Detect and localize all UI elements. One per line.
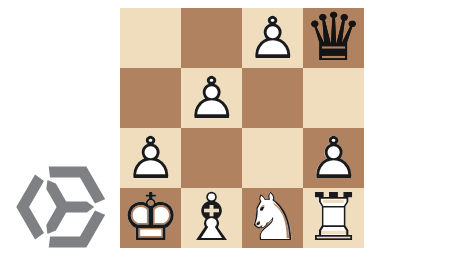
square-r1c2[interactable] <box>242 68 303 128</box>
square-r0c1[interactable] <box>181 8 242 68</box>
black-queen[interactable]: ♛♛ <box>304 8 363 68</box>
square-r3c1[interactable]: ♝♗ <box>181 188 242 248</box>
white-pawn[interactable]: ♟♙ <box>247 8 299 68</box>
white-knight-outline: ♘ <box>243 188 302 248</box>
square-r1c0[interactable] <box>120 68 181 128</box>
page-background: ♟♙♛♛♟♙♟♙♟♙♚♔♝♗♞♘♜♖ <box>0 0 474 266</box>
square-r3c2[interactable]: ♞♘ <box>242 188 303 248</box>
white-pawn[interactable]: ♟♙ <box>186 68 238 128</box>
square-r1c3[interactable] <box>303 68 364 128</box>
white-bishop[interactable]: ♝♗ <box>182 188 241 248</box>
white-knight[interactable]: ♞♘ <box>243 188 302 248</box>
inner-edge-right <box>63 202 94 213</box>
black-queen-outline: ♛ <box>304 8 363 68</box>
square-r1c1[interactable]: ♟♙ <box>181 68 242 128</box>
white-pawn-outline: ♙ <box>186 68 238 128</box>
white-bishop-outline: ♗ <box>182 188 241 248</box>
square-r0c3[interactable]: ♛♛ <box>303 8 364 68</box>
white-pawn-outline: ♙ <box>247 8 299 68</box>
white-rook[interactable]: ♜♖ <box>304 188 363 248</box>
square-r3c0[interactable]: ♚♔ <box>120 188 181 248</box>
square-r0c0[interactable] <box>120 8 181 68</box>
square-r0c2[interactable]: ♟♙ <box>242 8 303 68</box>
white-king-outline: ♔ <box>121 188 180 248</box>
square-r3c3[interactable]: ♜♖ <box>303 188 364 248</box>
white-king[interactable]: ♚♔ <box>121 188 180 248</box>
white-rook-outline: ♖ <box>304 188 363 248</box>
chess-board: ♟♙♛♛♟♙♟♙♟♙♚♔♝♗♞♘♜♖ <box>120 8 364 248</box>
unity-logo <box>8 152 118 262</box>
